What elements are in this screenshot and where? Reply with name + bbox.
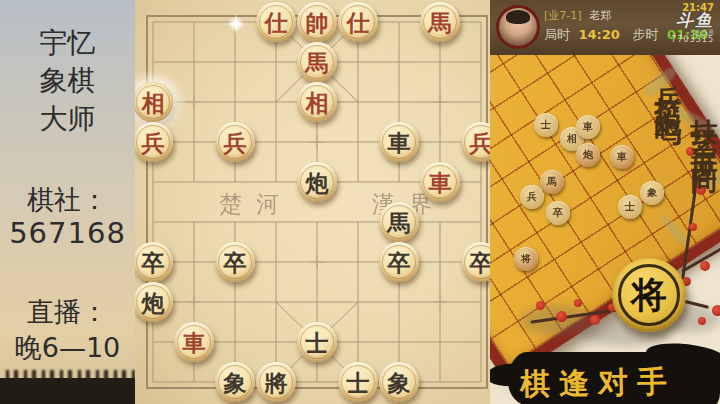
player-avatar[interactable] [496, 5, 540, 49]
live-time: 晚6—10 [0, 330, 135, 366]
plum-blossom [700, 261, 710, 271]
piece-black-卒[interactable]: 卒 [215, 242, 255, 282]
piece-red-馬[interactable]: 馬 [297, 42, 337, 82]
piece-red-仕[interactable]: 仕 [256, 2, 296, 42]
general-piece-decoration: 将 [612, 258, 686, 332]
mini-piece: 象 [640, 181, 664, 205]
mini-piece: 士 [534, 113, 558, 137]
plum-blossom [574, 299, 582, 307]
piece-black-士[interactable]: 士 [338, 362, 378, 402]
club-label: 棋社： [0, 182, 135, 218]
xiangqi-board[interactable]: 楚河 漢界 仕帥仕馬馬相相兵兵兵車車車炮馬卒卒卒卒炮士象將士象 [135, 0, 490, 404]
mini-piece: 将 [514, 247, 538, 271]
streamer-title-line1: 宇忆 [0, 24, 135, 62]
game-time-label: 局时 [544, 27, 570, 42]
decor-area: 士相炮車馬兵卒士象将車 兵挺炮鸣 技艺盖世间 将 棋逢对手 [490, 55, 720, 404]
move-time-label: 步时 [632, 27, 658, 42]
piece-red-兵[interactable]: 兵 [215, 122, 255, 162]
plum-blossom [712, 305, 720, 316]
piece-black-將[interactable]: 將 [256, 362, 296, 402]
watermark-subtext: 斗鱼直播 [671, 28, 714, 35]
plum-blossom [696, 185, 706, 195]
player-name-line: [业7-1] 老郑 [544, 8, 611, 23]
mini-piece: 兵 [520, 185, 544, 209]
piece-red-馬[interactable]: 馬 [420, 2, 460, 42]
piece-red-相[interactable]: 相 [297, 82, 337, 122]
river-label-left: 楚河 [219, 189, 293, 220]
live-label: 直播： [0, 294, 135, 330]
mini-piece: 炮 [576, 143, 600, 167]
streamer-title-line2: 象棋 [0, 62, 135, 100]
mini-piece: 車 [610, 145, 634, 169]
piece-black-士[interactable]: 士 [297, 322, 337, 362]
room-number: 7703315 [671, 35, 714, 44]
last-move-sparkle [228, 16, 244, 32]
piece-black-車[interactable]: 車 [379, 122, 419, 162]
piece-black-象[interactable]: 象 [215, 362, 255, 402]
player-rank: [业7-1] [544, 9, 582, 22]
banner-text: 棋逢对手 [498, 361, 699, 404]
piece-black-象[interactable]: 象 [379, 362, 419, 402]
calligraphy-column-2: 技艺盖世间 [686, 97, 720, 157]
mini-piece: 士 [618, 195, 642, 219]
piece-ring [618, 264, 680, 326]
plum-blossom [590, 315, 600, 325]
piece-black-卒[interactable]: 卒 [379, 242, 419, 282]
plum-blossom [689, 223, 697, 231]
piece-red-車[interactable]: 車 [174, 322, 214, 362]
piece-red-車[interactable]: 車 [420, 162, 460, 202]
game-time-value: 14:20 [579, 27, 620, 42]
calligraphy-column-1: 兵挺炮鸣 [650, 63, 686, 111]
streamer-title-line3: 大师 [0, 100, 135, 138]
plum-blossom [698, 317, 706, 325]
plum-blossom [556, 311, 567, 322]
club-number: 567168 [0, 216, 135, 250]
player-info-bar: [业7-1] 老郑 局时 14:20 步时 01:30 21:47 斗鱼 斗鱼直… [490, 0, 720, 55]
mini-piece: 卒 [546, 201, 570, 225]
mini-piece: 車 [576, 115, 600, 139]
right-panel: 士相炮車馬兵卒士象将車 兵挺炮鸣 技艺盖世间 将 棋逢对手 [业7-1] 老郑 … [490, 0, 720, 404]
landscape-silhouette [0, 378, 135, 404]
piece-black-炮[interactable]: 炮 [297, 162, 337, 202]
plum-blossom [536, 301, 545, 310]
piece-red-仕[interactable]: 仕 [338, 2, 378, 42]
piece-red-帥[interactable]: 帥 [297, 2, 337, 42]
platform-watermark: 21:47 斗鱼 斗鱼直播 7703315 [671, 2, 714, 44]
stream-screen: 宇忆 象棋 大师 棋社： 567168 直播： 晚6—10 楚河 漢界 仕帥仕馬… [0, 0, 720, 404]
streamer-info-panel: 宇忆 象棋 大师 棋社： 567168 直播： 晚6—10 [0, 0, 135, 404]
player-name: 老郑 [589, 9, 611, 22]
piece-black-馬[interactable]: 馬 [379, 202, 419, 242]
douyu-logo: 斗鱼 [671, 13, 714, 28]
mini-piece: 馬 [540, 170, 564, 194]
